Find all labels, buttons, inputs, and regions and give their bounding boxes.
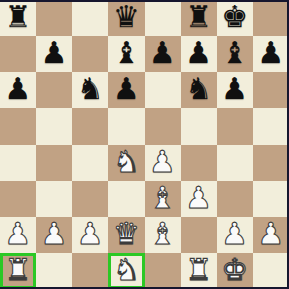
square-e3[interactable]: ♝	[145, 181, 181, 217]
square-h3[interactable]	[253, 181, 289, 217]
square-f3[interactable]: ♟	[181, 181, 217, 217]
square-f4[interactable]	[181, 145, 217, 181]
square-g4[interactable]	[217, 145, 253, 181]
chess-board: ♜♛♜♚♟♝♟♟♝♟♟♞♟♞♟♞♟♝♟♟♟♟♛♝♟♟♜♞♜♚	[0, 0, 289, 289]
square-h5[interactable]	[253, 108, 289, 144]
piece-black-bishop[interactable]: ♝	[113, 38, 140, 68]
square-g3[interactable]	[217, 181, 253, 217]
square-h7[interactable]: ♟	[253, 36, 289, 72]
square-b6[interactable]	[36, 72, 72, 108]
piece-white-rook[interactable]: ♜	[5, 255, 32, 285]
piece-white-pawn[interactable]: ♟	[149, 147, 176, 177]
piece-white-knight[interactable]: ♞	[113, 147, 140, 177]
square-b2[interactable]: ♟	[36, 217, 72, 253]
piece-white-bishop[interactable]: ♝	[149, 219, 176, 249]
piece-black-pawn[interactable]: ♟	[113, 74, 140, 104]
square-f8[interactable]: ♜	[181, 0, 217, 36]
piece-white-bishop[interactable]: ♝	[149, 183, 176, 213]
piece-white-pawn[interactable]: ♟	[77, 219, 104, 249]
piece-white-pawn[interactable]: ♟	[221, 219, 248, 249]
square-g2[interactable]: ♟	[217, 217, 253, 253]
square-b4[interactable]	[36, 145, 72, 181]
square-d8[interactable]: ♛	[108, 0, 144, 36]
piece-black-bishop[interactable]: ♝	[221, 38, 248, 68]
square-a4[interactable]	[0, 145, 36, 181]
piece-white-queen[interactable]: ♛	[113, 219, 140, 249]
square-b1[interactable]	[36, 253, 72, 289]
piece-white-pawn[interactable]: ♟	[41, 219, 68, 249]
piece-white-pawn[interactable]: ♟	[185, 183, 212, 213]
piece-white-rook[interactable]: ♜	[185, 255, 212, 285]
piece-white-pawn[interactable]: ♟	[257, 219, 284, 249]
square-g7[interactable]: ♝	[217, 36, 253, 72]
piece-white-king[interactable]: ♚	[221, 255, 248, 285]
square-b8[interactable]	[36, 0, 72, 36]
piece-black-pawn[interactable]: ♟	[5, 74, 32, 104]
square-f2[interactable]	[181, 217, 217, 253]
piece-black-pawn[interactable]: ♟	[149, 38, 176, 68]
square-h8[interactable]	[253, 0, 289, 36]
piece-black-king[interactable]: ♚	[221, 2, 248, 32]
piece-white-knight[interactable]: ♞	[113, 255, 140, 285]
chess-board-container: ♜♛♜♚♟♝♟♟♝♟♟♞♟♞♟♞♟♝♟♟♟♟♛♝♟♟♜♞♜♚	[0, 0, 289, 289]
piece-black-queen[interactable]: ♛	[113, 2, 140, 32]
square-e5[interactable]	[145, 108, 181, 144]
square-b3[interactable]	[36, 181, 72, 217]
square-c5[interactable]	[72, 108, 108, 144]
square-h2[interactable]: ♟	[253, 217, 289, 253]
square-a3[interactable]	[0, 181, 36, 217]
square-h1[interactable]	[253, 253, 289, 289]
square-e1[interactable]	[145, 253, 181, 289]
square-d5[interactable]	[108, 108, 144, 144]
piece-black-pawn[interactable]: ♟	[257, 38, 284, 68]
square-h4[interactable]	[253, 145, 289, 181]
square-a7[interactable]	[0, 36, 36, 72]
square-c4[interactable]	[72, 145, 108, 181]
square-e2[interactable]: ♝	[145, 217, 181, 253]
square-c2[interactable]: ♟	[72, 217, 108, 253]
square-g5[interactable]	[217, 108, 253, 144]
square-f7[interactable]: ♟	[181, 36, 217, 72]
square-b5[interactable]	[36, 108, 72, 144]
square-e4[interactable]: ♟	[145, 145, 181, 181]
piece-white-pawn[interactable]: ♟	[5, 219, 32, 249]
square-a8[interactable]: ♜	[0, 0, 36, 36]
square-d7[interactable]: ♝	[108, 36, 144, 72]
square-e7[interactable]: ♟	[145, 36, 181, 72]
square-a5[interactable]	[0, 108, 36, 144]
square-h6[interactable]	[253, 72, 289, 108]
piece-black-pawn[interactable]: ♟	[221, 74, 248, 104]
piece-black-pawn[interactable]: ♟	[185, 38, 212, 68]
square-f6[interactable]: ♞	[181, 72, 217, 108]
square-c1[interactable]	[72, 253, 108, 289]
square-c6[interactable]: ♞	[72, 72, 108, 108]
square-a1[interactable]: ♜	[0, 253, 36, 289]
square-c8[interactable]	[72, 0, 108, 36]
square-c7[interactable]	[72, 36, 108, 72]
piece-black-knight[interactable]: ♞	[77, 74, 104, 104]
piece-black-rook[interactable]: ♜	[5, 2, 32, 32]
square-d4[interactable]: ♞	[108, 145, 144, 181]
square-d1[interactable]: ♞	[108, 253, 144, 289]
piece-black-rook[interactable]: ♜	[185, 2, 212, 32]
square-e8[interactable]	[145, 0, 181, 36]
piece-black-pawn[interactable]: ♟	[41, 38, 68, 68]
square-b7[interactable]: ♟	[36, 36, 72, 72]
square-a6[interactable]: ♟	[0, 72, 36, 108]
square-g8[interactable]: ♚	[217, 0, 253, 36]
piece-black-knight[interactable]: ♞	[185, 74, 212, 104]
square-d3[interactable]	[108, 181, 144, 217]
square-a2[interactable]: ♟	[0, 217, 36, 253]
square-d2[interactable]: ♛	[108, 217, 144, 253]
square-f5[interactable]	[181, 108, 217, 144]
square-e6[interactable]	[145, 72, 181, 108]
square-c3[interactable]	[72, 181, 108, 217]
square-g6[interactable]: ♟	[217, 72, 253, 108]
square-g1[interactable]: ♚	[217, 253, 253, 289]
square-d6[interactable]: ♟	[108, 72, 144, 108]
square-f1[interactable]: ♜	[181, 253, 217, 289]
